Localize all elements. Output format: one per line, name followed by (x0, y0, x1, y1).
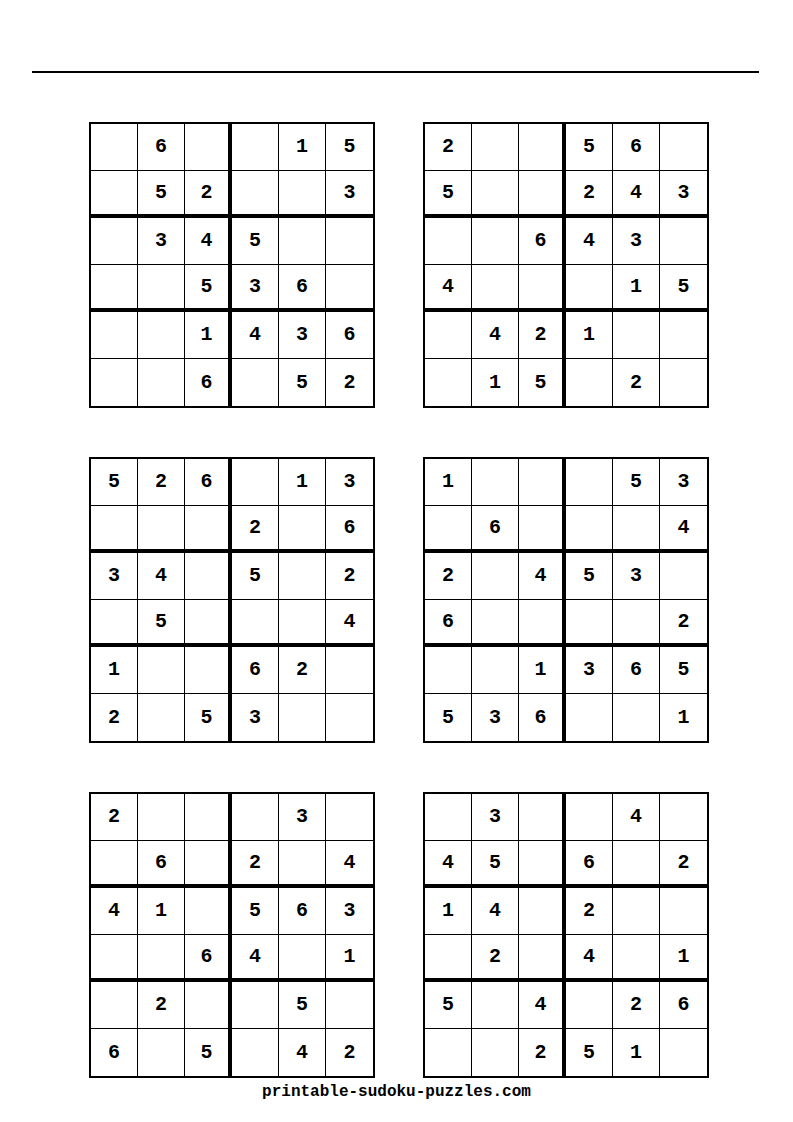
sudoku-board-3: 5261326345254162253 (89, 457, 375, 743)
p4-cell-r3c4: 5 (566, 553, 613, 600)
p3-cell-r6c6 (326, 694, 373, 741)
p4-cell-r2c6: 4 (660, 506, 707, 553)
p4-cell-r1c6: 3 (660, 459, 707, 506)
p3-cell-r2c6: 6 (326, 506, 373, 553)
p4-cell-r4c6: 2 (660, 600, 707, 647)
p3-cell-r3c5 (279, 553, 326, 600)
p6-cell-r3c3 (519, 888, 566, 935)
p5-cell-r3c3 (185, 888, 232, 935)
page: 6155233455361436652 2565243643415421152 … (0, 0, 793, 1122)
p3-cell-r5c6 (326, 647, 373, 694)
p6-cell-r5c5: 2 (613, 982, 660, 1029)
p1-cell-r2c6: 3 (326, 171, 373, 218)
p4-cell-r4c1: 6 (425, 600, 472, 647)
p5-cell-r6c6: 2 (326, 1029, 373, 1076)
p1-cell-r2c2: 5 (138, 171, 185, 218)
footer-site-name: printable-sudoku-puzzles.com (0, 1083, 793, 1101)
p2-cell-r4c3 (519, 265, 566, 312)
p2-cell-r5c2: 4 (472, 312, 519, 359)
p2-cell-r1c6 (660, 124, 707, 171)
p6-cell-r5c6: 6 (660, 982, 707, 1029)
p4-cell-r6c6: 1 (660, 694, 707, 741)
p5-cell-r2c1 (91, 841, 138, 888)
p3-cell-r3c3 (185, 553, 232, 600)
p6-cell-r2c4: 6 (566, 841, 613, 888)
p1-cell-r3c6 (326, 218, 373, 265)
p5-cell-r1c5: 3 (279, 794, 326, 841)
p2-cell-r6c5: 2 (613, 359, 660, 406)
p6-cell-r6c6 (660, 1029, 707, 1076)
p6-cell-r6c2 (472, 1029, 519, 1076)
p2-cell-r6c6 (660, 359, 707, 406)
p4-cell-r6c3: 6 (519, 694, 566, 741)
p3-cell-r2c1 (91, 506, 138, 553)
p5-cell-r5c3 (185, 982, 232, 1029)
p3-cell-r1c5: 1 (279, 459, 326, 506)
p4-cell-r3c5: 3 (613, 553, 660, 600)
p4-cell-r1c5: 5 (613, 459, 660, 506)
p2-cell-r1c1: 2 (425, 124, 472, 171)
p5-cell-r3c6: 3 (326, 888, 373, 935)
p4-cell-r3c2 (472, 553, 519, 600)
p5-cell-r6c5: 4 (279, 1029, 326, 1076)
p5-cell-r1c6 (326, 794, 373, 841)
p3-cell-r3c2: 4 (138, 553, 185, 600)
p4-cell-r4c2 (472, 600, 519, 647)
p1-cell-r2c1 (91, 171, 138, 218)
p2-cell-r5c4: 1 (566, 312, 613, 359)
p5-cell-r4c5 (279, 935, 326, 982)
sudoku-board-6: 3445621422415426251 (423, 792, 709, 1078)
p4-cell-r1c4 (566, 459, 613, 506)
p1-cell-r4c4: 3 (232, 265, 279, 312)
p4-cell-r3c6 (660, 553, 707, 600)
p2-cell-r2c6: 3 (660, 171, 707, 218)
p6-cell-r3c5 (613, 888, 660, 935)
p3-cell-r1c3: 6 (185, 459, 232, 506)
p6-cell-r5c3: 4 (519, 982, 566, 1029)
p1-cell-r6c2 (138, 359, 185, 406)
p1-cell-r6c5: 5 (279, 359, 326, 406)
p4-cell-r6c4 (566, 694, 613, 741)
p4-cell-r6c2: 3 (472, 694, 519, 741)
p1-cell-r4c1 (91, 265, 138, 312)
p5-cell-r6c1: 6 (91, 1029, 138, 1076)
p4-cell-r2c1 (425, 506, 472, 553)
p6-cell-r4c1 (425, 935, 472, 982)
p2-cell-r1c2 (472, 124, 519, 171)
p1-cell-r1c4 (232, 124, 279, 171)
p1-cell-r5c3: 1 (185, 312, 232, 359)
p2-cell-r3c5: 3 (613, 218, 660, 265)
p1-cell-r6c6: 2 (326, 359, 373, 406)
p3-cell-r3c1: 3 (91, 553, 138, 600)
p2-cell-r4c5: 1 (613, 265, 660, 312)
p5-cell-r5c1 (91, 982, 138, 1029)
p6-cell-r5c1: 5 (425, 982, 472, 1029)
p6-cell-r4c6: 1 (660, 935, 707, 982)
p2-cell-r4c2 (472, 265, 519, 312)
p6-cell-r6c1 (425, 1029, 472, 1076)
p5-cell-r1c4 (232, 794, 279, 841)
p3-cell-r3c4: 5 (232, 553, 279, 600)
sudoku-board-4: 1536424536213655361 (423, 457, 709, 743)
p3-cell-r5c3 (185, 647, 232, 694)
sudoku-board-5: 2362441563641256542 (89, 792, 375, 1078)
p5-cell-r4c4: 4 (232, 935, 279, 982)
p3-cell-r6c2 (138, 694, 185, 741)
p2-cell-r3c3: 6 (519, 218, 566, 265)
p1-cell-r3c5 (279, 218, 326, 265)
p3-cell-r4c4 (232, 600, 279, 647)
p2-cell-r2c1: 5 (425, 171, 472, 218)
p3-cell-r4c5 (279, 600, 326, 647)
p2-cell-r5c6 (660, 312, 707, 359)
p1-cell-r4c5: 6 (279, 265, 326, 312)
p3-cell-r3c6: 2 (326, 553, 373, 600)
p6-cell-r5c2 (472, 982, 519, 1029)
p4-cell-r3c3: 4 (519, 553, 566, 600)
p6-cell-r6c3: 2 (519, 1029, 566, 1076)
p6-cell-r4c5 (613, 935, 660, 982)
p6-cell-r1c4 (566, 794, 613, 841)
p2-cell-r5c5 (613, 312, 660, 359)
p5-cell-r5c6 (326, 982, 373, 1029)
p3-cell-r1c6: 3 (326, 459, 373, 506)
p1-cell-r4c3: 5 (185, 265, 232, 312)
p6-cell-r2c2: 5 (472, 841, 519, 888)
p6-cell-r6c5: 1 (613, 1029, 660, 1076)
p3-cell-r6c4: 3 (232, 694, 279, 741)
p6-cell-r1c6 (660, 794, 707, 841)
p5-cell-r5c2: 2 (138, 982, 185, 1029)
p5-cell-r3c1: 4 (91, 888, 138, 935)
p1-cell-r1c2: 6 (138, 124, 185, 171)
p1-cell-r2c4 (232, 171, 279, 218)
p4-cell-r4c4 (566, 600, 613, 647)
p1-cell-r4c2 (138, 265, 185, 312)
p3-cell-r4c1 (91, 600, 138, 647)
p4-cell-r6c5 (613, 694, 660, 741)
p1-cell-r1c6: 5 (326, 124, 373, 171)
p3-cell-r2c4: 2 (232, 506, 279, 553)
p5-cell-r2c4: 2 (232, 841, 279, 888)
p2-cell-r1c4: 5 (566, 124, 613, 171)
p2-cell-r1c5: 6 (613, 124, 660, 171)
p3-cell-r5c5: 2 (279, 647, 326, 694)
p5-cell-r1c3 (185, 794, 232, 841)
p1-cell-r5c5: 3 (279, 312, 326, 359)
p4-cell-r5c4: 3 (566, 647, 613, 694)
p4-cell-r6c1: 5 (425, 694, 472, 741)
p1-cell-r5c1 (91, 312, 138, 359)
p6-cell-r2c5 (613, 841, 660, 888)
p3-cell-r5c1: 1 (91, 647, 138, 694)
p3-cell-r2c5 (279, 506, 326, 553)
p6-cell-r3c6 (660, 888, 707, 935)
p6-cell-r4c3 (519, 935, 566, 982)
p5-cell-r1c2 (138, 794, 185, 841)
p1-cell-r5c4: 4 (232, 312, 279, 359)
p3-cell-r2c2 (138, 506, 185, 553)
p2-cell-r6c4 (566, 359, 613, 406)
p5-cell-r6c2 (138, 1029, 185, 1076)
p4-cell-r5c3: 1 (519, 647, 566, 694)
p4-cell-r5c1 (425, 647, 472, 694)
top-rule (32, 71, 759, 73)
p5-cell-r2c5 (279, 841, 326, 888)
p3-cell-r1c4 (232, 459, 279, 506)
p4-cell-r5c6: 5 (660, 647, 707, 694)
p6-cell-r5c4 (566, 982, 613, 1029)
p1-cell-r1c1 (91, 124, 138, 171)
p6-cell-r1c1 (425, 794, 472, 841)
p4-cell-r5c5: 6 (613, 647, 660, 694)
p1-cell-r6c3: 6 (185, 359, 232, 406)
p5-cell-r5c4 (232, 982, 279, 1029)
p3-cell-r6c1: 2 (91, 694, 138, 741)
p2-cell-r2c2 (472, 171, 519, 218)
p6-cell-r2c3 (519, 841, 566, 888)
p3-cell-r4c6: 4 (326, 600, 373, 647)
p1-cell-r3c1 (91, 218, 138, 265)
p3-cell-r1c1: 5 (91, 459, 138, 506)
p4-cell-r4c5 (613, 600, 660, 647)
p4-cell-r2c3 (519, 506, 566, 553)
p3-cell-r6c3: 5 (185, 694, 232, 741)
p2-cell-r6c2: 1 (472, 359, 519, 406)
p2-cell-r1c3 (519, 124, 566, 171)
p3-cell-r6c5 (279, 694, 326, 741)
p1-cell-r6c1 (91, 359, 138, 406)
p4-cell-r1c3 (519, 459, 566, 506)
p3-cell-r2c3 (185, 506, 232, 553)
p5-cell-r2c3 (185, 841, 232, 888)
p2-cell-r6c3: 5 (519, 359, 566, 406)
p6-cell-r3c2: 4 (472, 888, 519, 935)
p6-cell-r1c3 (519, 794, 566, 841)
p5-cell-r6c3: 5 (185, 1029, 232, 1076)
p2-cell-r2c4: 2 (566, 171, 613, 218)
sudoku-board-2: 2565243643415421152 (423, 122, 709, 408)
p2-cell-r5c1 (425, 312, 472, 359)
p3-cell-r1c2: 2 (138, 459, 185, 506)
p2-cell-r4c6: 5 (660, 265, 707, 312)
p4-cell-r2c5 (613, 506, 660, 553)
p1-cell-r3c2: 3 (138, 218, 185, 265)
p2-cell-r3c1 (425, 218, 472, 265)
p4-cell-r2c2: 6 (472, 506, 519, 553)
p1-cell-r2c3: 2 (185, 171, 232, 218)
p2-cell-r2c3 (519, 171, 566, 218)
p3-cell-r4c2: 5 (138, 600, 185, 647)
p3-cell-r5c2 (138, 647, 185, 694)
p5-cell-r5c5: 5 (279, 982, 326, 1029)
p5-cell-r2c6: 4 (326, 841, 373, 888)
p6-cell-r2c1: 4 (425, 841, 472, 888)
p6-cell-r2c6: 2 (660, 841, 707, 888)
p1-cell-r1c3 (185, 124, 232, 171)
p6-cell-r1c5: 4 (613, 794, 660, 841)
p1-cell-r3c3: 4 (185, 218, 232, 265)
p5-cell-r3c2: 1 (138, 888, 185, 935)
p5-cell-r4c3: 6 (185, 935, 232, 982)
p5-cell-r2c2: 6 (138, 841, 185, 888)
p4-cell-r1c2 (472, 459, 519, 506)
p2-cell-r2c5: 4 (613, 171, 660, 218)
p6-cell-r4c2: 2 (472, 935, 519, 982)
p1-cell-r3c4: 5 (232, 218, 279, 265)
p6-cell-r3c1: 1 (425, 888, 472, 935)
p1-cell-r2c5 (279, 171, 326, 218)
p4-cell-r3c1: 2 (425, 553, 472, 600)
p2-cell-r5c3: 2 (519, 312, 566, 359)
p2-cell-r3c2 (472, 218, 519, 265)
p6-cell-r4c4: 4 (566, 935, 613, 982)
p6-cell-r6c4: 5 (566, 1029, 613, 1076)
p5-cell-r4c6: 1 (326, 935, 373, 982)
p5-cell-r1c1: 2 (91, 794, 138, 841)
p5-cell-r3c5: 6 (279, 888, 326, 935)
sudoku-board-1: 6155233455361436652 (89, 122, 375, 408)
p6-cell-r1c2: 3 (472, 794, 519, 841)
p4-cell-r4c3 (519, 600, 566, 647)
p1-cell-r1c5: 1 (279, 124, 326, 171)
p1-cell-r5c6: 6 (326, 312, 373, 359)
p5-cell-r4c2 (138, 935, 185, 982)
p6-cell-r3c4: 2 (566, 888, 613, 935)
p5-cell-r3c4: 5 (232, 888, 279, 935)
p1-cell-r4c6 (326, 265, 373, 312)
p5-cell-r6c4 (232, 1029, 279, 1076)
p1-cell-r6c4 (232, 359, 279, 406)
p3-cell-r4c3 (185, 600, 232, 647)
p1-cell-r5c2 (138, 312, 185, 359)
p4-cell-r5c2 (472, 647, 519, 694)
p2-cell-r3c4: 4 (566, 218, 613, 265)
p2-cell-r4c1: 4 (425, 265, 472, 312)
p2-cell-r4c4 (566, 265, 613, 312)
p4-cell-r2c4 (566, 506, 613, 553)
p2-cell-r6c1 (425, 359, 472, 406)
p5-cell-r4c1 (91, 935, 138, 982)
p3-cell-r5c4: 6 (232, 647, 279, 694)
p2-cell-r3c6 (660, 218, 707, 265)
p4-cell-r1c1: 1 (425, 459, 472, 506)
